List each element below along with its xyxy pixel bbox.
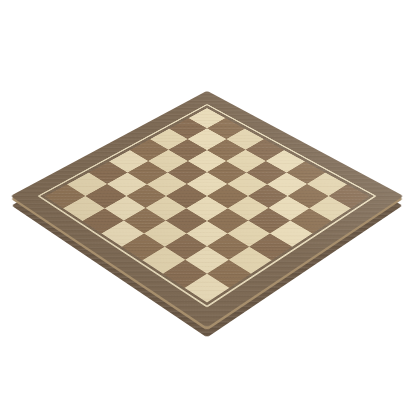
product-photo-scene <box>0 0 416 416</box>
playing-field <box>45 108 369 302</box>
board-surface <box>10 91 403 328</box>
chess-board <box>0 0 416 416</box>
